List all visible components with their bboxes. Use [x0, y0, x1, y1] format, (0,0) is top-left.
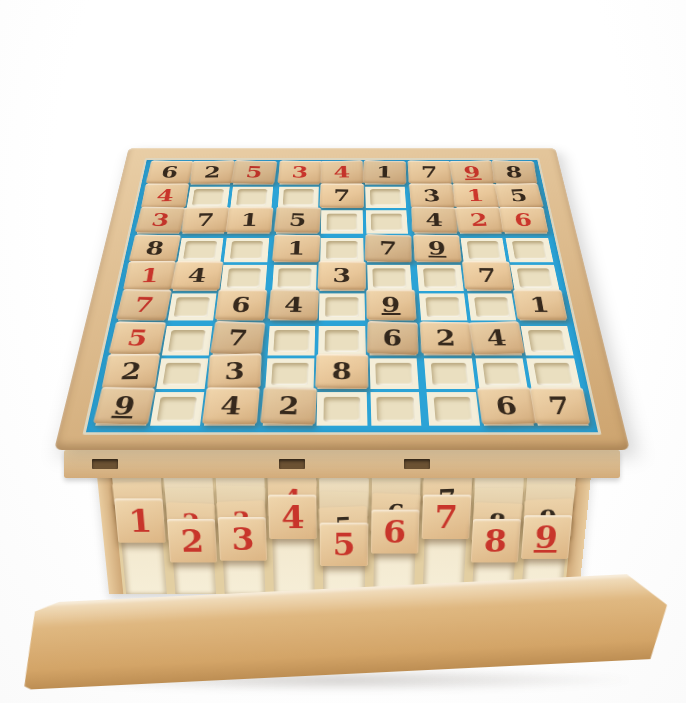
drawer-slots: 12233445566778899	[111, 466, 577, 594]
cell-recess	[431, 363, 469, 386]
tile-digit: 4	[186, 264, 208, 287]
cell-r3c8[interactable]: 2	[457, 210, 502, 233]
tile-digit: 6	[382, 325, 402, 351]
spare-tile-9[interactable]: 9	[521, 515, 572, 559]
cell-r8c3[interactable]: 3	[208, 358, 259, 389]
tile-6-r7c6[interactable]: 6	[367, 321, 418, 354]
tile-9-r6c6[interactable]: 9	[366, 289, 416, 319]
sudoku-box: 6254371341757983154268147617349971572394…	[54, 148, 630, 450]
cell-recess	[325, 330, 360, 352]
tile-9-r9c1[interactable]: 9	[93, 387, 154, 424]
box-3x3: 798315426	[409, 164, 547, 234]
tile-digit: 2	[277, 391, 300, 420]
cell-recess	[183, 241, 217, 259]
tile-digit: 7	[132, 292, 156, 316]
tile-digit: 9	[533, 519, 559, 555]
tile-1-r2c8[interactable]: 1	[452, 183, 498, 207]
tile-6-r3c9[interactable]: 6	[499, 207, 548, 232]
cell-r6c1[interactable]: 7	[118, 293, 169, 320]
cell-r7c8[interactable]: 4	[471, 326, 522, 355]
cell-recess	[370, 189, 401, 205]
cell-r9c5[interactable]	[317, 393, 367, 426]
cell-r2c3[interactable]	[230, 186, 273, 208]
spare-tile-5[interactable]: 5	[320, 523, 368, 566]
spare-tile-6[interactable]: 6	[371, 510, 420, 554]
cell-r1c4[interactable]: 3	[279, 164, 319, 185]
tile-1-r4c4[interactable]: 1	[272, 234, 320, 261]
cell-r7c2[interactable]	[162, 326, 213, 355]
cell-r9c9[interactable]: 7	[533, 393, 589, 426]
tile-digit: 7	[195, 210, 215, 230]
scene: 6254371341757983154268147617349971572394…	[0, 0, 686, 703]
tile-digit: 1	[286, 237, 305, 258]
cell-r6c3[interactable]: 6	[217, 293, 265, 320]
tile-3-r2c7[interactable]: 3	[409, 183, 455, 207]
cell-r9c7[interactable]	[427, 393, 480, 426]
tile-5-r1c3[interactable]: 5	[231, 160, 277, 184]
cell-recess	[377, 397, 415, 422]
cell-r7c1[interactable]: 5	[110, 326, 162, 355]
tile-7-r3c2[interactable]: 7	[181, 207, 229, 233]
cell-recess	[326, 241, 358, 259]
tile-digit: 9	[381, 292, 401, 316]
cell-r9c2[interactable]	[150, 393, 205, 426]
cell-recess	[371, 214, 403, 231]
cell-r3c6[interactable]	[366, 210, 409, 233]
tile-9-r1c8[interactable]: 9	[449, 160, 495, 183]
tile-1-r3c3[interactable]: 1	[226, 207, 273, 232]
cell-recess	[376, 363, 413, 386]
cell-recess	[434, 397, 473, 422]
tile-2-r3c8[interactable]: 2	[455, 207, 504, 233]
cell-recess	[528, 330, 567, 352]
box-3x3: 6254371	[137, 164, 275, 234]
cell-r9c1[interactable]: 9	[95, 393, 151, 426]
cell-recess	[474, 297, 510, 317]
tile-digit: 9	[462, 163, 482, 181]
sudoku-board: 6254371341757983154268147617349971572394…	[82, 158, 601, 434]
cell-r8c8[interactable]	[475, 358, 528, 389]
spare-tile-3[interactable]: 3	[218, 517, 268, 561]
cell-r4c8[interactable]	[461, 238, 507, 262]
tile-digit: 7	[421, 163, 439, 181]
cell-r5c1[interactable]: 1	[124, 265, 173, 291]
tile-1-r1c6[interactable]: 1	[363, 160, 406, 184]
spare-tile-8[interactable]: 8	[471, 519, 521, 563]
cell-recess	[466, 241, 500, 259]
tile-digit: 6	[494, 391, 520, 420]
tile-digit: 5	[508, 186, 529, 205]
tile-4-r1c5[interactable]: 4	[321, 160, 364, 183]
cell-r4c6[interactable]: 7	[366, 238, 410, 262]
cell-r9c6[interactable]	[370, 393, 421, 426]
spare-tile-4[interactable]: 4	[268, 495, 317, 539]
tile-digit: 1	[528, 292, 551, 316]
cell-r4c4[interactable]: 1	[274, 238, 318, 262]
drawer-slot-4[interactable]: 44	[270, 466, 315, 594]
box-bottom-rail	[64, 450, 620, 478]
tile-7-r7c3[interactable]: 7	[210, 321, 265, 354]
box-3x3: 81476	[118, 238, 269, 321]
tile-7-r6c1[interactable]: 7	[116, 289, 171, 320]
box-3x3: 34175	[276, 164, 408, 234]
cell-recess	[534, 363, 574, 386]
cell-r6c9[interactable]: 1	[515, 293, 566, 320]
tile-digit: 2	[469, 210, 490, 230]
tile-digit: 3	[149, 210, 171, 230]
cell-r3c3[interactable]: 1	[227, 210, 271, 233]
tile-3-r5c5[interactable]: 3	[318, 261, 366, 290]
cell-recess	[517, 268, 553, 287]
cell-r8c4[interactable]	[265, 358, 315, 389]
tile-drawer[interactable]: 12233445566778899	[96, 466, 592, 594]
tile-digit: 3	[422, 186, 441, 205]
cell-recess	[425, 297, 460, 317]
tile-4-r3c7[interactable]: 4	[412, 207, 458, 233]
cell-r3c4[interactable]: 5	[276, 210, 319, 233]
tile-digit: 8	[144, 237, 166, 258]
cell-r4c9[interactable]	[506, 238, 553, 262]
tile-digit: 7	[333, 186, 350, 205]
tile-7-r1c7[interactable]: 7	[408, 160, 452, 183]
tile-digit: 4	[219, 391, 243, 420]
tile-8-r8c5[interactable]: 8	[315, 354, 368, 389]
cell-r5c6[interactable]	[367, 265, 412, 291]
tile-digit: 1	[138, 264, 160, 286]
cell-recess	[271, 363, 308, 386]
drawer-slot-2[interactable]: 22	[166, 466, 216, 594]
cell-r3c1[interactable]: 3	[137, 210, 183, 233]
cell-recess	[325, 297, 359, 317]
spare-tile-7[interactable]: 7	[421, 495, 471, 539]
tile-3-r8c3[interactable]: 3	[207, 353, 261, 388]
tile-3-r1c4[interactable]: 3	[277, 160, 321, 183]
tile-2-r7c7[interactable]: 2	[420, 322, 473, 355]
cell-r9c4[interactable]: 2	[262, 393, 313, 426]
cell-r2c4[interactable]	[278, 186, 319, 208]
cell-r2c7[interactable]: 3	[411, 186, 454, 208]
drawer-slot-1[interactable]: 1	[114, 466, 167, 594]
tile-3-r3c1[interactable]: 3	[135, 207, 185, 233]
tile-digit: 2	[119, 357, 144, 384]
cell-r2c1[interactable]: 4	[142, 186, 187, 208]
cell-r4c2[interactable]	[177, 238, 223, 262]
tile-digit: 4	[283, 292, 304, 316]
drawer-slot-8[interactable]: 88	[472, 466, 522, 594]
drawer-slot-6[interactable]: 66	[373, 466, 418, 594]
tile-digit: 2	[203, 163, 221, 181]
cell-r1c6[interactable]: 1	[364, 164, 404, 185]
tile-9-r4c7[interactable]: 9	[414, 234, 462, 261]
cell-r4c3[interactable]	[224, 238, 269, 262]
drawer-slot-3[interactable]: 33	[218, 466, 265, 594]
cell-r3c2[interactable]: 7	[182, 210, 227, 233]
tile-digit: 1	[240, 210, 260, 230]
cell-recess	[373, 268, 406, 287]
cell-r5c3[interactable]	[220, 265, 266, 291]
cell-r6c6[interactable]: 9	[368, 293, 415, 320]
drawer-interior: 12233445566778899	[96, 466, 592, 594]
tile-digit: 3	[231, 521, 256, 557]
cell-r2c9[interactable]: 5	[497, 186, 542, 208]
tile-5-r2c9[interactable]: 5	[495, 183, 544, 208]
cell-r4c7[interactable]: 9	[415, 238, 460, 262]
tile-digit: 8	[483, 523, 508, 559]
cell-r8c1[interactable]: 2	[103, 358, 157, 389]
box-3x3: 682	[262, 326, 421, 426]
cell-recess	[278, 268, 311, 287]
tile-6-r6c3[interactable]: 6	[215, 289, 267, 319]
tile-digit: 3	[224, 357, 246, 384]
tile-4-r9c3[interactable]: 4	[202, 388, 259, 425]
cell-r1c1[interactable]: 6	[147, 164, 190, 185]
cell-recess	[482, 363, 521, 386]
box-3x3: 971	[415, 238, 566, 321]
cell-r5c4[interactable]	[272, 265, 317, 291]
tile-digit: 4	[425, 210, 443, 230]
tile-4-r2c1[interactable]: 4	[141, 183, 189, 207]
tile-digit: 1	[127, 502, 153, 539]
cell-r5c7[interactable]	[417, 265, 463, 291]
cell-r1c2[interactable]: 2	[190, 164, 232, 185]
cell-r1c3[interactable]: 5	[233, 164, 274, 185]
tile-digit: 1	[466, 186, 485, 205]
tile-2-r9c4[interactable]: 2	[260, 387, 316, 424]
tile-7-r4c6[interactable]: 7	[365, 234, 412, 262]
tile-5-r7c1[interactable]: 5	[109, 322, 166, 355]
tile-digit: 5	[332, 526, 355, 562]
cell-r7c4[interactable]	[267, 326, 315, 355]
box-3x3: 2467	[422, 326, 589, 426]
cell-r3c9[interactable]: 6	[501, 210, 547, 233]
box-3x3: 572394	[95, 326, 262, 426]
cell-recess	[236, 189, 267, 205]
cell-r8c5[interactable]: 8	[318, 358, 367, 389]
cell-r9c8[interactable]: 6	[480, 393, 535, 426]
tile-digit: 8	[332, 357, 353, 384]
cell-r2c8[interactable]: 1	[454, 186, 498, 208]
tile-digit: 7	[477, 264, 498, 287]
tile-6-r9c8[interactable]: 6	[477, 387, 537, 424]
cell-r1c7[interactable]: 7	[409, 164, 450, 185]
tile-2-r8c1[interactable]: 2	[102, 354, 160, 388]
cell-r7c9[interactable]	[521, 326, 573, 355]
tile-digit: 7	[379, 237, 397, 259]
cell-recess	[327, 214, 358, 231]
cell-recess	[423, 268, 457, 287]
cell-r7c3[interactable]: 7	[213, 326, 263, 355]
cell-r6c5[interactable]	[319, 293, 365, 320]
tile-digit: 4	[333, 163, 350, 181]
cell-r8c9[interactable]	[527, 358, 581, 389]
cell-r4c5[interactable]	[320, 238, 363, 262]
cell-recess	[168, 330, 206, 352]
tile-6-r1c1[interactable]: 6	[146, 160, 193, 183]
cell-recess	[192, 189, 224, 205]
tile-8-r1c9[interactable]: 8	[492, 160, 538, 184]
cell-r5c8[interactable]: 7	[464, 265, 512, 291]
cell-recess	[174, 297, 210, 317]
cell-r1c8[interactable]: 9	[451, 164, 493, 185]
tile-digit: 5	[125, 325, 150, 351]
tile-digit: 2	[435, 325, 456, 351]
tile-digit: 7	[434, 498, 459, 535]
tile-digit: 4	[484, 325, 508, 351]
tile-5-r3c4[interactable]: 5	[274, 207, 321, 233]
tile-digit: 8	[505, 163, 524, 181]
tile-digit: 9	[111, 391, 138, 420]
cell-recess	[163, 363, 202, 386]
cell-r1c5[interactable]: 4	[322, 164, 362, 185]
tile-7-r5c8[interactable]: 7	[462, 261, 513, 290]
drawer-slot-7[interactable]: 77	[422, 466, 469, 594]
tile-digit: 3	[332, 264, 351, 287]
tile-digit: 7	[547, 391, 573, 420]
cell-r3c7[interactable]: 4	[413, 210, 457, 233]
cell-r5c2[interactable]: 4	[172, 265, 220, 291]
cell-r5c5[interactable]: 3	[320, 265, 365, 291]
spare-tile-1[interactable]: 1	[114, 498, 166, 542]
mortise-notch	[92, 459, 118, 469]
cell-r2c6[interactable]	[365, 186, 406, 208]
tile-1-r6c9[interactable]: 1	[513, 289, 567, 319]
tile-digit: 5	[288, 210, 307, 230]
tile-1-r5c1[interactable]: 1	[123, 261, 175, 290]
cell-recess	[157, 397, 197, 422]
cell-r8c6[interactable]	[369, 358, 419, 389]
cell-r2c5[interactable]: 7	[322, 186, 363, 208]
tile-digit: 5	[245, 163, 264, 181]
cell-r6c8[interactable]	[467, 293, 516, 320]
cell-r6c7[interactable]	[419, 293, 467, 320]
tile-digit: 2	[180, 523, 205, 559]
cell-r7c5[interactable]	[318, 326, 365, 355]
cell-recess	[226, 268, 260, 287]
tile-2-r1c2[interactable]: 2	[189, 160, 234, 183]
cell-recess	[274, 330, 310, 352]
wooden-frame: 6254371341757983154268147617349971572394…	[54, 148, 630, 450]
spare-tile-2[interactable]: 2	[167, 519, 217, 563]
tile-digit: 1	[376, 163, 393, 181]
tile-4-r7c8[interactable]: 4	[469, 322, 525, 355]
mortise-notch	[279, 459, 305, 469]
cell-recess	[512, 241, 547, 259]
tile-8-r4c1[interactable]: 8	[129, 234, 181, 261]
cell-r8c7[interactable]	[424, 358, 475, 389]
tile-digit: 7	[226, 325, 249, 351]
cell-r4c1[interactable]: 8	[131, 238, 178, 262]
cell-r5c9[interactable]	[511, 265, 560, 291]
tile-7-r2c5[interactable]: 7	[320, 183, 364, 207]
cell-r6c4[interactable]: 4	[270, 293, 317, 320]
tile-digit: 6	[230, 292, 252, 316]
cell-r7c6[interactable]: 6	[369, 326, 417, 355]
tile-digit: 6	[159, 163, 179, 181]
tile-digit: 6	[513, 210, 534, 230]
tile-7-r9c9[interactable]: 7	[530, 388, 590, 425]
cell-recess	[323, 397, 360, 422]
tile-digit: 9	[428, 237, 447, 258]
cell-recess	[230, 241, 263, 259]
cell-r6c2[interactable]	[167, 293, 216, 320]
cell-recess	[283, 189, 314, 205]
box-3x3: 17349	[270, 238, 415, 321]
tile-digit: 6	[383, 513, 407, 550]
cell-r9c3[interactable]: 4	[204, 393, 257, 426]
cell-r7c7[interactable]: 2	[422, 326, 472, 355]
tile-4-r6c4[interactable]: 4	[267, 289, 318, 320]
tile-digit: 3	[291, 163, 309, 181]
tile-digit: 4	[155, 186, 175, 205]
cell-r1c9[interactable]: 8	[493, 164, 536, 185]
cell-r2c2[interactable]	[186, 186, 230, 208]
tile-digit: 4	[281, 498, 305, 535]
cell-r8c2[interactable]	[156, 358, 209, 389]
tile-4-r5c2[interactable]: 4	[171, 261, 223, 290]
cell-r3c5[interactable]	[321, 210, 363, 233]
drawer-slot-5[interactable]: 55	[322, 466, 365, 594]
mortise-notch	[404, 459, 430, 469]
